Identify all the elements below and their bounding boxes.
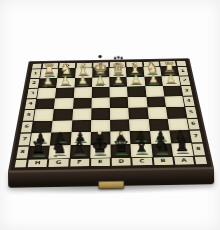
felt-base: [94, 154, 107, 157]
felt-base: [115, 153, 128, 156]
felt-base: [113, 83, 124, 86]
piece-black-queen-d8[interactable]: ♛: [111, 131, 131, 156]
box-front-edge: [8, 167, 214, 188]
felt-base: [73, 154, 86, 157]
pieces-layer: ♜♞♝♚♛♝♞♜♟♟♟♟♟♟♟♟♟♟♟♟♟♟♟♟♜♞♝♚♛♝♞♜: [14, 61, 209, 169]
piece-black-king-e8[interactable]: ♚: [90, 130, 110, 156]
finial-crown: [119, 132, 122, 135]
felt-base: [166, 83, 177, 86]
piece-white-pawn-e2[interactable]: ♟: [92, 71, 109, 85]
piece-white-pawn-c2[interactable]: ♟: [127, 71, 144, 85]
piece-black-bishop-f8[interactable]: ♝: [70, 133, 90, 157]
felt-base: [135, 153, 148, 156]
board-scene: HGFEDCBA1122334455667788HGFEDCBA ♜♞♝♚♛♝♞…: [4, 0, 213, 172]
felt-base: [60, 84, 71, 87]
piece-white-pawn-h2[interactable]: ♟: [39, 72, 56, 86]
piece-white-pawn-d2[interactable]: ♟: [110, 71, 127, 85]
felt-base: [95, 84, 106, 87]
piece-black-knight-b8[interactable]: ♞: [152, 132, 172, 155]
piece-white-pawn-b2[interactable]: ♟: [145, 70, 162, 84]
piece-black-rook-a8[interactable]: ♜: [173, 133, 193, 155]
felt-base: [131, 83, 142, 86]
brass-clasp: [98, 181, 124, 189]
felt-base: [53, 154, 66, 157]
piece-white-pawn-g2[interactable]: ♟: [57, 72, 74, 86]
felt-base: [42, 85, 53, 88]
felt-base: [148, 83, 159, 86]
felt-base: [177, 152, 190, 155]
felt-base: [156, 153, 169, 156]
piece-black-bishop-c8[interactable]: ♝: [132, 132, 152, 156]
piece-white-pawn-f2[interactable]: ♟: [74, 72, 91, 86]
piece-white-pawn-a2[interactable]: ♟: [163, 70, 180, 84]
chess-set-photo: HGFEDCBA1122334455667788HGFEDCBA ♜♞♝♚♛♝♞…: [0, 0, 220, 230]
felt-base: [32, 155, 45, 158]
piece-black-knight-g8[interactable]: ♞: [49, 134, 69, 157]
finial-crown: [116, 56, 118, 58]
chess-board: HGFEDCBA1122334455667788HGFEDCBA ♜♞♝♚♛♝♞…: [8, 58, 214, 171]
felt-base: [78, 84, 89, 87]
piece-black-rook-h8[interactable]: ♜: [28, 135, 48, 157]
chess-box: HGFEDCBA1122334455667788HGFEDCBA ♜♞♝♚♛♝♞…: [0, 0, 220, 230]
